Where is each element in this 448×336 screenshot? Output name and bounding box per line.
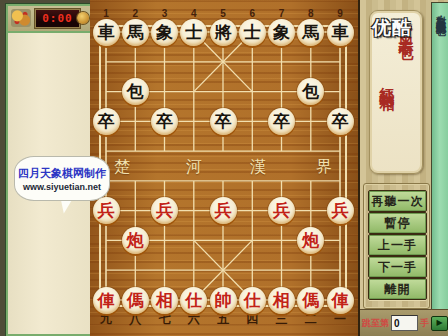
youku-watermark: 优酷 <box>372 15 412 41</box>
top-file-label: 3 <box>157 8 173 19</box>
bottom-file-label: 二 <box>302 311 320 328</box>
button-4[interactable]: 離開 <box>368 278 427 300</box>
bottom-file-label: 三 <box>273 311 291 328</box>
piece-black[interactable]: 象 <box>151 19 178 46</box>
piece-black[interactable]: 象 <box>268 19 295 46</box>
piece-red[interactable]: 兵 <box>268 197 295 224</box>
timer-display: 0:00 <box>35 9 80 28</box>
top-file-label: 5 <box>215 8 231 19</box>
piece-red[interactable]: 傌 <box>122 287 149 314</box>
button-0[interactable]: 再聽一次 <box>368 190 427 212</box>
piece-red[interactable]: 相 <box>268 287 295 314</box>
button-3[interactable]: 下一手 <box>368 256 427 278</box>
piece-red[interactable]: 相 <box>151 287 178 314</box>
piece-black[interactable]: 將 <box>210 19 237 46</box>
river-text: 河 <box>186 157 202 178</box>
goto-suffix-label: 手 <box>420 317 429 330</box>
credit-text: 四月天象棋网制作 <box>18 166 106 181</box>
river-text: 漢 <box>250 157 266 178</box>
goto-prefix-label: 跳至第 <box>362 317 389 330</box>
goto-move-bar: 跳至第 手 ▶ <box>360 309 448 336</box>
app-window: 0:00 123456789九八七六五四三二一楚河漢界車馬象士將士象馬車包包卒卒… <box>0 0 448 336</box>
mascot-icon <box>11 9 31 27</box>
bottom-file-label: 四 <box>243 311 261 328</box>
bottom-file-label: 一 <box>331 311 349 328</box>
sidebar: 【黑右中包 紅飛右相】 优酷 再聽一次暫停上一手下一手離開 對兵局・轉兵底炮對中… <box>358 0 448 336</box>
bottom-file-label: 六 <box>185 311 203 328</box>
river-text: 界 <box>316 157 332 178</box>
piece-red[interactable]: 兵 <box>210 197 237 224</box>
piece-black[interactable]: 馬 <box>297 19 324 46</box>
top-file-label: 6 <box>244 8 260 19</box>
speech-bubble: 四月天象棋网制作 www.siyuetian.net <box>14 156 110 201</box>
piece-black[interactable]: 士 <box>239 19 266 46</box>
piece-black[interactable]: 車 <box>327 19 354 46</box>
piece-red[interactable]: 帥 <box>210 287 237 314</box>
top-file-label: 1 <box>98 8 114 19</box>
button-2[interactable]: 上一手 <box>368 234 427 256</box>
piece-black[interactable]: 車 <box>93 19 120 46</box>
top-file-label: 9 <box>332 8 348 19</box>
piece-black[interactable]: 卒 <box>151 108 178 135</box>
piece-red[interactable]: 傌 <box>297 287 324 314</box>
player-topbar: 0:00 <box>8 6 92 33</box>
credit-url: www.siyuetian.net <box>23 182 101 192</box>
go-icon: ▶ <box>436 319 442 327</box>
top-file-label: 4 <box>186 8 202 19</box>
opening-title-line2: 紅飛右相】 <box>377 75 396 173</box>
piece-red[interactable]: 仕 <box>239 287 266 314</box>
top-file-label: 2 <box>127 8 143 19</box>
goto-submit-button[interactable]: ▶ <box>431 316 448 331</box>
piece-black[interactable]: 馬 <box>122 19 149 46</box>
piece-red[interactable]: 炮 <box>122 227 149 254</box>
piece-red[interactable]: 俥 <box>93 287 120 314</box>
piece-red[interactable]: 兵 <box>327 197 354 224</box>
bottom-file-label: 八 <box>126 311 144 328</box>
piece-black[interactable]: 卒 <box>327 108 354 135</box>
piece-black[interactable]: 士 <box>180 19 207 46</box>
bottom-file-label: 五 <box>214 311 232 328</box>
top-file-label: 8 <box>303 8 319 19</box>
xiangqi-board[interactable]: 123456789九八七六五四三二一楚河漢界車馬象士將士象馬車包包卒卒卒卒卒兵兵… <box>90 0 358 336</box>
piece-black[interactable]: 包 <box>122 78 149 105</box>
lesson-title-text: 對兵局・轉兵底炮對中包 <box>434 8 448 315</box>
piece-red[interactable]: 兵 <box>151 197 178 224</box>
piece-red[interactable]: 仕 <box>180 287 207 314</box>
bottom-file-label: 七 <box>156 311 174 328</box>
piece-black[interactable]: 卒 <box>268 108 295 135</box>
piece-red[interactable]: 俥 <box>327 287 354 314</box>
piece-black[interactable]: 卒 <box>93 108 120 135</box>
lesson-title-strip: 對兵局・轉兵底炮對中包 <box>431 2 448 316</box>
top-file-label: 7 <box>274 8 290 19</box>
medal-icon[interactable] <box>77 12 89 24</box>
piece-red[interactable]: 炮 <box>297 227 324 254</box>
button-1[interactable]: 暫停 <box>368 212 427 234</box>
opening-title-line1: 【黑右中包 <box>396 21 415 173</box>
bottom-file-label: 九 <box>97 311 115 328</box>
goto-move-input[interactable] <box>391 315 418 331</box>
river-text: 楚 <box>114 157 130 178</box>
piece-red[interactable]: 兵 <box>93 197 120 224</box>
piece-black[interactable]: 卒 <box>210 108 237 135</box>
